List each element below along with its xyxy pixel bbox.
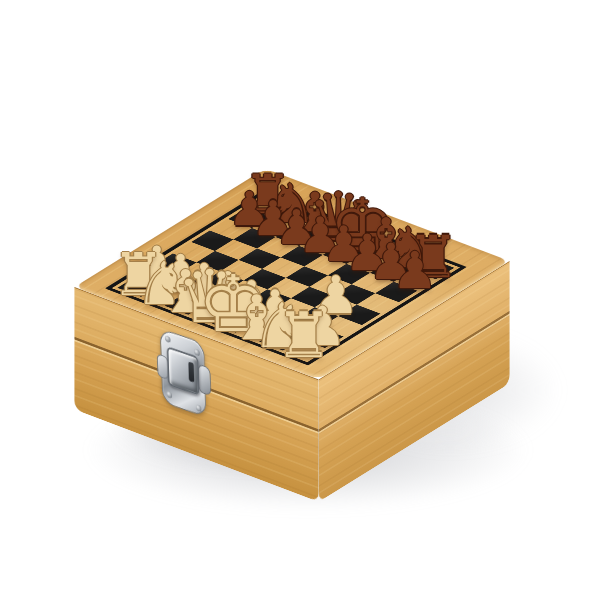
latch-slot bbox=[188, 361, 194, 382]
product-photo-scene: ♜♞♝♛♚♝♞♜♟♟♟♟♟♟♟♟♟♟♟♟♟♟♟♟♜♞♝♛♚♝♞♜ bbox=[0, 0, 610, 610]
piece-black-pawn-h7[interactable]: ♟ bbox=[392, 245, 438, 296]
latch-hook-right bbox=[198, 364, 211, 397]
piece-white-rook-h1[interactable]: ♜ bbox=[276, 304, 332, 367]
